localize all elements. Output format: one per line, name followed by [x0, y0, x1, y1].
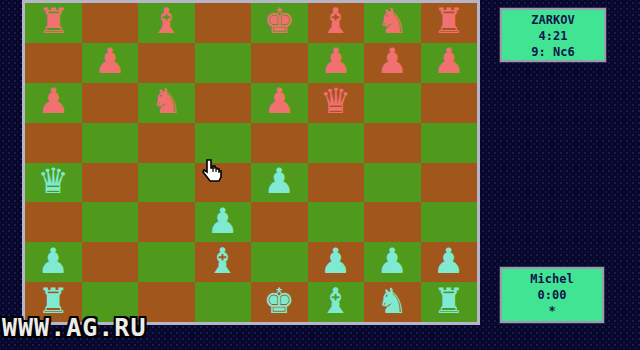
square-c8[interactable]: ♝: [138, 3, 195, 43]
hand-cursor-icon: [201, 159, 225, 184]
piece-white-bishop: ♝: [207, 244, 238, 279]
square-f8[interactable]: ♝: [308, 3, 365, 43]
square-f4[interactable]: [308, 163, 365, 203]
square-c6[interactable]: ♞: [138, 83, 195, 123]
square-a5[interactable]: [25, 123, 82, 163]
square-a8[interactable]: ♜: [25, 3, 82, 43]
square-g2[interactable]: ♟: [364, 242, 421, 282]
piece-white-queen: ♛: [38, 164, 69, 199]
square-f5[interactable]: [308, 123, 365, 163]
piece-white-pawn: ♟: [320, 244, 351, 279]
square-e2[interactable]: [251, 242, 308, 282]
piece-black-pawn: ♟: [264, 84, 295, 119]
square-e6[interactable]: ♟: [251, 83, 308, 123]
piece-white-pawn: ♟: [377, 244, 408, 279]
square-f2[interactable]: ♟: [308, 242, 365, 282]
square-h2[interactable]: ♟: [421, 242, 478, 282]
piece-black-king: ♚: [264, 4, 295, 39]
square-d3[interactable]: ♟: [195, 202, 252, 242]
piece-black-pawn: ♟: [320, 44, 351, 79]
square-g1[interactable]: ♞: [364, 282, 421, 322]
square-c1[interactable]: [138, 282, 195, 322]
player-clock-panel: Michel 0:00 *: [500, 267, 604, 323]
player-name: Michel: [502, 271, 602, 287]
piece-white-pawn: ♟: [38, 244, 69, 279]
square-c5[interactable]: [138, 123, 195, 163]
square-d1[interactable]: [195, 282, 252, 322]
piece-black-rook: ♜: [38, 4, 69, 39]
piece-black-queen: ♛: [320, 84, 351, 119]
piece-white-knight: ♞: [377, 284, 408, 319]
square-g3[interactable]: [364, 202, 421, 242]
square-b7[interactable]: ♟: [82, 43, 139, 83]
piece-black-bishop: ♝: [320, 4, 351, 39]
square-h8[interactable]: ♜: [421, 3, 478, 43]
square-d6[interactable]: [195, 83, 252, 123]
last-move-label: 9: Nc6: [502, 44, 604, 60]
square-b3[interactable]: [82, 202, 139, 242]
piece-black-rook: ♜: [433, 4, 464, 39]
piece-black-pawn: ♟: [377, 44, 408, 79]
square-g4[interactable]: [364, 163, 421, 203]
square-h5[interactable]: [421, 123, 478, 163]
square-c2[interactable]: [138, 242, 195, 282]
square-g5[interactable]: [364, 123, 421, 163]
piece-white-pawn: ♟: [264, 164, 295, 199]
square-g7[interactable]: ♟: [364, 43, 421, 83]
square-a3[interactable]: [25, 202, 82, 242]
square-f3[interactable]: [308, 202, 365, 242]
square-c4[interactable]: [138, 163, 195, 203]
opponent-name: ZARKOV: [502, 12, 604, 28]
square-a7[interactable]: [25, 43, 82, 83]
board: ♜♝♚♝♞♜♟♟♟♟♟♞♟♛♛♟♟♟♝♟♟♟♜♚♝♞♜: [25, 3, 477, 322]
square-h7[interactable]: ♟: [421, 43, 478, 83]
square-d8[interactable]: [195, 3, 252, 43]
square-b4[interactable]: [82, 163, 139, 203]
player-clock: 0:00: [502, 287, 602, 303]
square-d7[interactable]: [195, 43, 252, 83]
chess-board-frame: ♜♝♚♝♞♜♟♟♟♟♟♞♟♛♛♟♟♟♝♟♟♟♜♚♝♞♜: [22, 0, 480, 325]
piece-black-pawn: ♟: [433, 44, 464, 79]
piece-white-pawn: ♟: [207, 204, 238, 239]
square-e3[interactable]: [251, 202, 308, 242]
square-c7[interactable]: [138, 43, 195, 83]
square-f7[interactable]: ♟: [308, 43, 365, 83]
square-b6[interactable]: [82, 83, 139, 123]
turn-marker: *: [502, 303, 602, 319]
piece-white-rook: ♜: [433, 284, 464, 319]
square-f1[interactable]: ♝: [308, 282, 365, 322]
piece-white-bishop: ♝: [320, 284, 351, 319]
square-a6[interactable]: ♟: [25, 83, 82, 123]
square-h3[interactable]: [421, 202, 478, 242]
square-b8[interactable]: [82, 3, 139, 43]
square-d2[interactable]: ♝: [195, 242, 252, 282]
piece-black-pawn: ♟: [94, 44, 125, 79]
square-f6[interactable]: ♛: [308, 83, 365, 123]
opponent-clock-panel: ZARKOV 4:21 9: Nc6: [500, 8, 606, 62]
square-e7[interactable]: [251, 43, 308, 83]
opponent-clock: 4:21: [502, 28, 604, 44]
piece-black-knight: ♞: [151, 84, 182, 119]
square-e8[interactable]: ♚: [251, 3, 308, 43]
piece-black-pawn: ♟: [38, 84, 69, 119]
square-h4[interactable]: [421, 163, 478, 203]
square-a2[interactable]: ♟: [25, 242, 82, 282]
square-e4[interactable]: ♟: [251, 163, 308, 203]
piece-black-bishop: ♝: [151, 4, 182, 39]
square-b2[interactable]: [82, 242, 139, 282]
square-a4[interactable]: ♛: [25, 163, 82, 203]
piece-white-king: ♚: [264, 284, 295, 319]
square-b5[interactable]: [82, 123, 139, 163]
square-g8[interactable]: ♞: [364, 3, 421, 43]
watermark: WWW.AG.RU: [2, 313, 146, 342]
piece-black-knight: ♞: [377, 4, 408, 39]
square-e5[interactable]: [251, 123, 308, 163]
square-d5[interactable]: [195, 123, 252, 163]
square-e1[interactable]: ♚: [251, 282, 308, 322]
square-h6[interactable]: [421, 83, 478, 123]
square-h1[interactable]: ♜: [421, 282, 478, 322]
piece-white-pawn: ♟: [433, 244, 464, 279]
square-g6[interactable]: [364, 83, 421, 123]
square-c3[interactable]: [138, 202, 195, 242]
